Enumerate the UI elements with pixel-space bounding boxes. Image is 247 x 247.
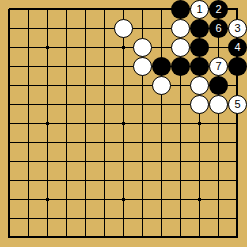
grid-line-vertical [28, 152, 29, 171]
white-stone [171, 38, 190, 57]
intersection[interactable] [57, 228, 76, 247]
intersection[interactable] [38, 209, 57, 228]
intersection[interactable] [209, 209, 228, 228]
intersection[interactable] [190, 76, 209, 95]
black-stone-move-6: 6 [209, 19, 228, 38]
grid-line-vertical [218, 152, 219, 171]
grid-line-horizontal [9, 123, 19, 124]
grid-line-vertical [199, 209, 200, 228]
grid-line-vertical [28, 171, 29, 190]
grid-line-vertical [104, 152, 105, 171]
intersection[interactable] [57, 133, 76, 152]
grid-line-horizontal [9, 161, 19, 162]
intersection[interactable] [0, 95, 19, 114]
intersection[interactable] [95, 76, 114, 95]
intersection[interactable] [228, 209, 247, 228]
grid-line-vertical [236, 228, 238, 238]
intersection[interactable] [133, 114, 152, 133]
intersection[interactable] [57, 114, 76, 133]
intersection[interactable] [190, 95, 209, 114]
intersection[interactable] [114, 228, 133, 247]
grid-line-vertical [85, 76, 86, 95]
intersection[interactable] [209, 38, 228, 57]
grid-line-vertical [199, 171, 200, 190]
intersection[interactable] [19, 190, 38, 209]
white-stone [133, 57, 152, 76]
black-stone [171, 57, 190, 76]
black-stone [190, 57, 209, 76]
intersection[interactable] [76, 19, 95, 38]
intersection[interactable] [228, 133, 247, 152]
intersection[interactable] [19, 228, 38, 247]
intersection[interactable] [38, 228, 57, 247]
intersection[interactable] [133, 76, 152, 95]
intersection[interactable] [95, 114, 114, 133]
grid-line-vertical [47, 19, 48, 38]
intersection[interactable] [76, 152, 95, 171]
grid-line-vertical [66, 209, 67, 228]
intersection[interactable] [152, 190, 171, 209]
intersection[interactable] [114, 95, 133, 114]
intersection[interactable] [152, 76, 171, 95]
intersection[interactable] [190, 228, 209, 247]
grid-line-vertical [8, 76, 10, 95]
intersection[interactable] [171, 95, 190, 114]
intersection[interactable] [38, 19, 57, 38]
intersection[interactable] [57, 209, 76, 228]
intersection[interactable] [76, 95, 95, 114]
grid-line-vertical [66, 114, 67, 133]
intersection[interactable] [95, 228, 114, 247]
grid-line-vertical [218, 114, 219, 133]
grid-line-vertical [123, 133, 124, 152]
intersection[interactable] [133, 190, 152, 209]
intersection[interactable] [57, 38, 76, 57]
intersection[interactable] [190, 152, 209, 171]
intersection[interactable] [133, 228, 152, 247]
intersection[interactable]: 5 [228, 95, 247, 114]
grid-line-vertical [180, 171, 181, 190]
intersection[interactable] [0, 171, 19, 190]
intersection[interactable] [76, 38, 95, 57]
grid-line-vertical [28, 190, 29, 209]
black-stone-move-4: 4 [228, 38, 247, 57]
grid-line-vertical [104, 38, 105, 57]
intersection[interactable] [114, 38, 133, 57]
intersection[interactable] [114, 133, 133, 152]
grid-line-vertical [8, 209, 10, 228]
intersection[interactable] [133, 171, 152, 190]
grid-line-vertical [123, 171, 124, 190]
intersection[interactable] [152, 171, 171, 190]
go-board: 1263475 [0, 0, 247, 247]
intersection[interactable] [209, 95, 228, 114]
intersection[interactable] [209, 152, 228, 171]
intersection[interactable] [95, 19, 114, 38]
grid-line-vertical [47, 57, 48, 76]
intersection[interactable] [209, 76, 228, 95]
intersection[interactable] [228, 76, 247, 95]
white-stone-move-5: 5 [228, 95, 247, 114]
black-stone [209, 76, 228, 95]
intersection[interactable] [228, 114, 247, 133]
grid-line-vertical [161, 38, 162, 57]
star-point [122, 46, 125, 49]
grid-line-horizontal [9, 47, 19, 48]
intersection[interactable] [95, 38, 114, 57]
intersection[interactable] [190, 19, 209, 38]
intersection[interactable] [38, 57, 57, 76]
intersection[interactable] [76, 209, 95, 228]
intersection[interactable] [152, 133, 171, 152]
intersection[interactable] [133, 0, 152, 19]
grid-line-vertical [161, 228, 162, 238]
intersection[interactable] [171, 76, 190, 95]
intersection[interactable] [57, 76, 76, 95]
intersection[interactable] [19, 209, 38, 228]
grid-line-vertical [180, 114, 181, 133]
intersection[interactable] [228, 228, 247, 247]
intersection[interactable] [114, 57, 133, 76]
intersection[interactable]: 2 [209, 0, 228, 19]
intersection[interactable] [0, 114, 19, 133]
intersection[interactable] [114, 152, 133, 171]
grid-line-vertical [104, 76, 105, 95]
grid-line-vertical [123, 209, 124, 228]
intersection[interactable] [190, 209, 209, 228]
grid-line-vertical [28, 19, 29, 38]
intersection[interactable] [190, 171, 209, 190]
intersection[interactable] [171, 57, 190, 76]
intersection[interactable] [19, 19, 38, 38]
intersection[interactable] [19, 171, 38, 190]
intersection[interactable] [152, 152, 171, 171]
intersection[interactable] [95, 152, 114, 171]
grid-line-horizontal [9, 28, 19, 29]
intersection[interactable] [228, 57, 247, 76]
grid-line-vertical [161, 171, 162, 190]
intersection[interactable] [95, 190, 114, 209]
grid-line-vertical [28, 76, 29, 95]
grid-line-vertical [142, 114, 143, 133]
intersection[interactable] [133, 57, 152, 76]
grid-line-vertical [142, 190, 143, 209]
grid-line-vertical [66, 190, 67, 209]
intersection[interactable] [38, 76, 57, 95]
intersection[interactable] [76, 0, 95, 19]
grid-line-vertical [104, 228, 105, 238]
grid-line-vertical [104, 209, 105, 228]
intersection[interactable] [57, 19, 76, 38]
grid-line-vertical [123, 228, 124, 238]
grid-line-vertical [8, 19, 10, 38]
grid-line-vertical [142, 19, 143, 38]
intersection[interactable] [114, 190, 133, 209]
black-stone [190, 19, 209, 38]
intersection[interactable] [0, 57, 19, 76]
grid-line-vertical [180, 95, 181, 114]
intersection[interactable] [57, 190, 76, 209]
move-number: 2 [215, 4, 221, 15]
intersection[interactable] [133, 152, 152, 171]
grid-line-vertical [85, 209, 86, 228]
grid-line-vertical [236, 9, 238, 19]
star-point [198, 122, 201, 125]
intersection[interactable] [228, 0, 247, 19]
grid-line-vertical [66, 9, 67, 19]
intersection[interactable] [76, 57, 95, 76]
intersection[interactable] [95, 95, 114, 114]
grid-line-vertical [85, 114, 86, 133]
intersection[interactable] [209, 228, 228, 247]
star-point [46, 122, 49, 125]
grid-line-vertical [66, 38, 67, 57]
star-point [46, 46, 49, 49]
intersection[interactable] [133, 133, 152, 152]
grid-line-vertical [236, 171, 238, 190]
intersection[interactable] [171, 190, 190, 209]
intersection[interactable] [57, 95, 76, 114]
grid-line-vertical [218, 190, 219, 209]
intersection[interactable] [171, 209, 190, 228]
intersection[interactable] [133, 19, 152, 38]
intersection[interactable] [228, 171, 247, 190]
grid-line-vertical [8, 57, 10, 76]
intersection[interactable] [0, 228, 19, 247]
intersection[interactable] [95, 57, 114, 76]
intersection[interactable] [0, 209, 19, 228]
white-stone [114, 19, 133, 38]
move-number: 4 [234, 42, 240, 53]
white-stone [190, 76, 209, 95]
intersection[interactable] [152, 114, 171, 133]
grid-line-horizontal [9, 66, 19, 67]
grid-line-vertical [47, 95, 48, 114]
intersection[interactable] [190, 38, 209, 57]
intersection[interactable] [95, 133, 114, 152]
grid-line-vertical [85, 38, 86, 57]
intersection[interactable] [114, 19, 133, 38]
intersection[interactable] [0, 190, 19, 209]
grid-line-vertical [85, 133, 86, 152]
intersection[interactable] [190, 57, 209, 76]
intersection[interactable] [19, 0, 38, 19]
grid-line-vertical [161, 190, 162, 209]
move-number: 7 [215, 61, 221, 72]
grid-line-vertical [142, 228, 143, 238]
grid-line-vertical [123, 152, 124, 171]
intersection[interactable] [76, 133, 95, 152]
intersection[interactable] [171, 133, 190, 152]
grid-line-vertical [85, 57, 86, 76]
intersection[interactable] [19, 57, 38, 76]
move-number: 1 [196, 4, 202, 15]
intersection[interactable] [133, 95, 152, 114]
intersection[interactable] [76, 114, 95, 133]
grid-line-vertical [104, 95, 105, 114]
intersection[interactable] [0, 38, 19, 57]
grid-line-vertical [66, 19, 67, 38]
grid-line-vertical [28, 38, 29, 57]
grid-line-vertical [236, 152, 238, 171]
intersection[interactable] [76, 228, 95, 247]
grid-line-vertical [28, 133, 29, 152]
intersection[interactable] [38, 0, 57, 19]
grid-line-vertical [47, 9, 48, 19]
grid-line-vertical [123, 76, 124, 95]
intersection[interactable] [19, 95, 38, 114]
intersection[interactable] [171, 114, 190, 133]
intersection[interactable] [95, 171, 114, 190]
intersection[interactable] [152, 228, 171, 247]
intersection[interactable] [38, 152, 57, 171]
intersection[interactable]: 6 [209, 19, 228, 38]
grid-line-vertical [236, 133, 238, 152]
intersection[interactable] [19, 38, 38, 57]
grid-line-vertical [180, 190, 181, 209]
intersection[interactable] [171, 0, 190, 19]
grid-line-vertical [28, 57, 29, 76]
intersection[interactable]: 7 [209, 57, 228, 76]
intersection[interactable] [19, 152, 38, 171]
white-stone-move-3: 3 [228, 19, 247, 38]
grid-line-vertical [8, 38, 10, 57]
intersection[interactable] [152, 95, 171, 114]
white-stone [209, 95, 228, 114]
intersection[interactable] [228, 190, 247, 209]
grid-line-vertical [218, 171, 219, 190]
star-point [46, 198, 49, 201]
black-stone [171, 0, 190, 19]
intersection[interactable] [152, 209, 171, 228]
intersection[interactable] [171, 38, 190, 57]
white-stone [133, 38, 152, 57]
intersection[interactable] [38, 190, 57, 209]
intersection[interactable] [57, 171, 76, 190]
intersection[interactable] [38, 171, 57, 190]
intersection[interactable] [152, 19, 171, 38]
grid-line-vertical [8, 190, 10, 209]
grid-line-vertical [142, 76, 143, 95]
intersection[interactable] [171, 228, 190, 247]
white-stone [152, 76, 171, 95]
grid-line-vertical [8, 171, 10, 190]
intersection[interactable] [0, 76, 19, 95]
intersection[interactable] [0, 19, 19, 38]
grid-line-vertical [218, 209, 219, 228]
intersection[interactable] [209, 190, 228, 209]
intersection[interactable] [57, 0, 76, 19]
intersection[interactable] [209, 114, 228, 133]
grid-line-vertical [104, 190, 105, 209]
intersection[interactable] [0, 0, 19, 19]
intersection[interactable] [76, 76, 95, 95]
grid-line-vertical [180, 76, 181, 95]
intersection[interactable] [228, 152, 247, 171]
intersection[interactable] [19, 114, 38, 133]
grid-line-vertical [66, 152, 67, 171]
grid-line-vertical [161, 209, 162, 228]
intersection[interactable] [19, 76, 38, 95]
black-stone [228, 57, 247, 76]
grid-line-vertical [161, 133, 162, 152]
intersection[interactable] [38, 133, 57, 152]
grid-line-vertical [218, 133, 219, 152]
grid-line-vertical [104, 19, 105, 38]
grid-line-vertical [180, 133, 181, 152]
intersection[interactable] [152, 57, 171, 76]
intersection[interactable]: 3 [228, 19, 247, 38]
grid-line-vertical [161, 152, 162, 171]
grid-line-vertical [66, 171, 67, 190]
intersection[interactable] [171, 152, 190, 171]
grid-line-vertical [66, 57, 67, 76]
white-stone-move-1: 1 [190, 0, 209, 19]
intersection[interactable] [95, 209, 114, 228]
intersection[interactable]: 4 [228, 38, 247, 57]
grid-line-vertical [8, 228, 10, 238]
grid-line-horizontal [9, 85, 19, 86]
grid-line-vertical [199, 133, 200, 152]
grid-line-vertical [8, 152, 10, 171]
grid-line-vertical [236, 209, 238, 228]
intersection[interactable] [114, 76, 133, 95]
intersection[interactable] [38, 95, 57, 114]
intersection[interactable] [171, 19, 190, 38]
grid-line-horizontal [9, 218, 19, 219]
intersection[interactable] [57, 152, 76, 171]
intersection[interactable] [209, 171, 228, 190]
intersection[interactable] [19, 133, 38, 152]
intersection[interactable] [95, 0, 114, 19]
intersection[interactable] [190, 190, 209, 209]
grid-line-vertical [47, 228, 48, 238]
intersection[interactable] [190, 133, 209, 152]
grid-line-vertical [236, 190, 238, 209]
intersection[interactable] [114, 114, 133, 133]
intersection[interactable] [38, 114, 57, 133]
intersection[interactable] [57, 57, 76, 76]
intersection[interactable] [152, 38, 171, 57]
grid-line-vertical [161, 19, 162, 38]
grid-line-vertical [142, 133, 143, 152]
intersection[interactable] [38, 38, 57, 57]
intersection[interactable] [0, 152, 19, 171]
intersection[interactable] [209, 133, 228, 152]
move-number: 6 [215, 23, 221, 34]
intersection[interactable] [76, 190, 95, 209]
black-stone-move-2: 2 [209, 0, 228, 19]
grid-line-vertical [161, 9, 162, 19]
intersection[interactable] [114, 209, 133, 228]
intersection[interactable] [133, 38, 152, 57]
intersection[interactable] [114, 0, 133, 19]
intersection[interactable] [133, 209, 152, 228]
grid-line-vertical [142, 152, 143, 171]
intersection[interactable] [0, 133, 19, 152]
intersection[interactable]: 1 [190, 0, 209, 19]
grid-line-vertical [142, 171, 143, 190]
intersection[interactable] [190, 114, 209, 133]
grid-line-vertical [85, 9, 86, 19]
intersection[interactable] [171, 171, 190, 190]
white-stone [190, 95, 209, 114]
grid-line-vertical [47, 171, 48, 190]
intersection[interactable] [152, 0, 171, 19]
intersection[interactable] [76, 171, 95, 190]
intersection[interactable] [114, 171, 133, 190]
grid-line-horizontal [9, 104, 19, 105]
